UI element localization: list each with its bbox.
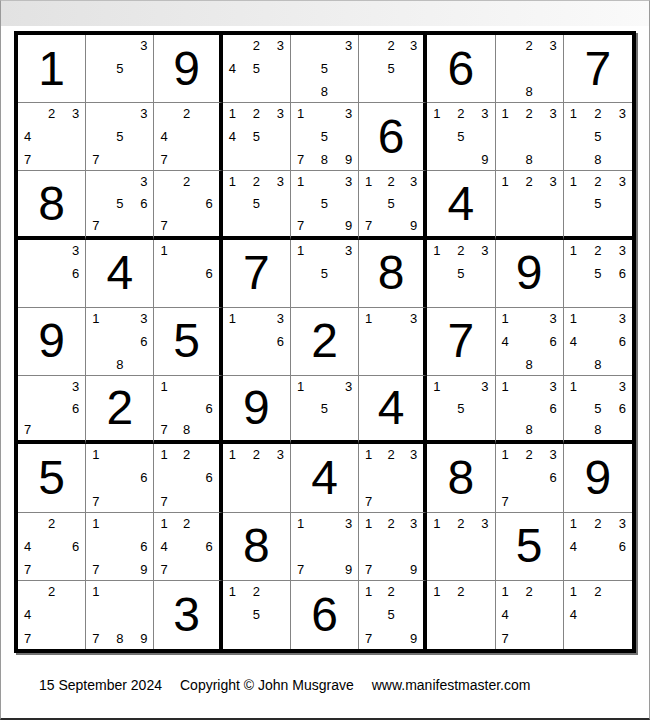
candidate-mark: 3 — [550, 380, 557, 393]
candidate-mark: 8 — [116, 632, 123, 645]
candidate-mark: 9 — [481, 153, 488, 166]
candidate-marks: 1368 — [496, 376, 563, 440]
cell-r4c1[interactable]: 36 — [18, 240, 86, 308]
candidate-mark: 5 — [594, 197, 601, 210]
candidate-mark: 6 — [205, 540, 212, 553]
cell-r1c6[interactable]: 235 — [359, 35, 427, 103]
cell-digit: 3 — [173, 591, 200, 639]
candidate-mark: 4 — [502, 608, 509, 621]
candidate-mark: 2 — [253, 107, 260, 120]
candidate-mark: 7 — [365, 632, 372, 645]
cell-r4c2[interactable]: 4 — [86, 240, 154, 308]
candidate-mark: 6 — [140, 471, 147, 484]
candidate-mark: 2 — [48, 107, 55, 120]
candidate-mark: 9 — [345, 153, 352, 166]
candidate-mark: 8 — [526, 358, 533, 371]
candidate-mark: 9 — [410, 219, 417, 232]
candidate-mark: 1 — [92, 312, 99, 325]
cell-r5c6[interactable]: 13 — [359, 308, 427, 376]
cell-r2c5[interactable]: 135789 — [291, 103, 359, 171]
cell-r5c1[interactable]: 9 — [18, 308, 86, 376]
candidate-mark: 1 — [433, 585, 440, 598]
candidate-mark: 3 — [550, 107, 557, 120]
cell-r9c5[interactable]: 6 — [291, 581, 359, 649]
cell-r6c9[interactable]: 13568 — [564, 376, 632, 444]
cell-r3c1[interactable]: 8 — [18, 171, 86, 239]
candidate-mark: 1 — [570, 517, 577, 530]
candidate-marks: 13579 — [291, 171, 358, 235]
candidate-mark: 6 — [550, 335, 557, 348]
cell-r4c7[interactable]: 1235 — [427, 240, 495, 308]
cell-digit: 8 — [38, 180, 65, 228]
cell-r7c6[interactable]: 1237 — [359, 444, 427, 512]
candidate-mark: 2 — [457, 585, 464, 598]
candidate-mark: 5 — [116, 62, 123, 75]
candidate-mark: 5 — [253, 130, 260, 143]
cell-r6c1[interactable]: 367 — [18, 376, 86, 444]
cell-r9c4[interactable]: 125 — [223, 581, 291, 649]
candidate-mark: 2 — [48, 585, 55, 598]
cell-r8c8[interactable]: 5 — [496, 513, 564, 581]
candidate-mark: 4 — [502, 335, 509, 348]
candidate-mark: 2 — [183, 175, 190, 188]
candidate-mark: 7 — [24, 423, 31, 436]
candidate-mark: 1 — [229, 448, 236, 461]
candidate-mark: 3 — [72, 244, 79, 257]
candidate-mark: 5 — [253, 197, 260, 210]
candidate-mark: 1 — [502, 175, 509, 188]
candidate-mark: 4 — [570, 608, 577, 621]
candidate-mark: 6 — [205, 267, 212, 280]
cell-r2c6[interactable]: 6 — [359, 103, 427, 171]
candidate-marks: 123579 — [359, 171, 423, 235]
candidate-mark: 2 — [594, 585, 601, 598]
candidate-marks: 2347 — [18, 103, 85, 170]
candidate-mark: 3 — [277, 107, 284, 120]
candidate-mark: 1 — [229, 312, 236, 325]
cell-r5c8[interactable]: 13468 — [496, 308, 564, 376]
candidate-mark: 6 — [619, 267, 626, 280]
candidate-mark: 3 — [140, 175, 147, 188]
candidate-mark: 1 — [297, 175, 304, 188]
candidate-mark: 2 — [594, 517, 601, 530]
candidate-mark: 1 — [433, 517, 440, 530]
cell-r1c8[interactable]: 238 — [496, 35, 564, 103]
cell-r5c7[interactable]: 7 — [427, 308, 495, 376]
candidate-marks: 123 — [427, 513, 494, 580]
candidate-mark: 1 — [570, 175, 577, 188]
candidate-mark: 3 — [72, 380, 79, 393]
candidate-mark: 2 — [594, 175, 601, 188]
candidate-marks: 2467 — [18, 513, 85, 580]
candidate-mark: 7 — [160, 219, 167, 232]
candidate-mark: 3 — [619, 244, 626, 257]
candidate-mark: 9 — [410, 563, 417, 576]
cell-r4c8[interactable]: 9 — [496, 240, 564, 308]
cell-r2c8[interactable]: 1238 — [496, 103, 564, 171]
candidate-mark: 3 — [410, 312, 417, 325]
cell-r4c9[interactable]: 12356 — [564, 240, 632, 308]
cell-r9c1[interactable]: 247 — [18, 581, 86, 649]
candidate-mark: 6 — [619, 335, 626, 348]
cell-r5c4[interactable]: 136 — [223, 308, 291, 376]
candidate-mark: 2 — [526, 585, 533, 598]
candidate-mark: 8 — [594, 358, 601, 371]
footer-website: www.manifestmaster.com — [372, 677, 531, 693]
candidate-marks: 1238 — [496, 103, 563, 170]
candidate-mark: 3 — [481, 107, 488, 120]
candidate-mark: 6 — [140, 540, 147, 553]
candidate-mark: 8 — [526, 153, 533, 166]
cell-r7c4[interactable]: 123 — [223, 444, 291, 512]
cell-r3c2[interactable]: 3567 — [86, 171, 154, 239]
cell-digit: 5 — [173, 317, 200, 365]
candidate-mark: 3 — [72, 107, 79, 120]
candidate-mark: 2 — [526, 448, 533, 461]
candidate-marks: 12379 — [359, 513, 423, 580]
candidate-mark: 6 — [72, 540, 79, 553]
candidate-mark: 3 — [619, 107, 626, 120]
candidate-marks: 1247 — [496, 581, 563, 649]
candidate-marks: 357 — [86, 103, 153, 170]
cell-digit: 4 — [106, 249, 133, 297]
cell-r8c1[interactable]: 2467 — [18, 513, 86, 581]
candidate-marks: 1267 — [154, 444, 218, 511]
candidate-mark: 1 — [570, 585, 577, 598]
candidate-mark: 3 — [345, 244, 352, 257]
cell-r1c4[interactable]: 2345 — [223, 35, 291, 103]
candidate-mark: 5 — [321, 197, 328, 210]
cell-r5c5[interactable]: 2 — [291, 308, 359, 376]
cell-r3c4[interactable]: 1235 — [223, 171, 291, 239]
cell-r8c4[interactable]: 8 — [223, 513, 291, 581]
candidate-mark: 3 — [140, 39, 147, 52]
candidate-mark: 1 — [229, 585, 236, 598]
cell-r6c2[interactable]: 2 — [86, 376, 154, 444]
candidate-mark: 7 — [92, 219, 99, 232]
cell-r6c6[interactable]: 4 — [359, 376, 427, 444]
candidate-mark: 3 — [345, 39, 352, 52]
cell-r2c3[interactable]: 247 — [154, 103, 222, 171]
candidate-marks: 13468 — [496, 308, 563, 375]
candidate-mark: 1 — [365, 175, 372, 188]
candidate-mark: 6 — [140, 335, 147, 348]
cell-digit: 9 — [243, 384, 270, 432]
candidate-mark: 1 — [297, 244, 304, 257]
candidate-mark: 3 — [550, 312, 557, 325]
candidate-mark: 5 — [321, 402, 328, 415]
candidate-mark: 3 — [277, 39, 284, 52]
cell-r9c8[interactable]: 1247 — [496, 581, 564, 649]
candidate-marks: 12579 — [359, 581, 423, 649]
cell-r7c3[interactable]: 1267 — [154, 444, 222, 512]
candidate-mark: 5 — [388, 608, 395, 621]
candidate-mark: 2 — [253, 585, 260, 598]
candidate-mark: 2 — [183, 107, 190, 120]
candidate-mark: 1 — [229, 175, 236, 188]
candidate-marks: 235 — [359, 35, 423, 102]
cell-r9c2[interactable]: 1789 — [86, 581, 154, 649]
candidate-mark: 1 — [160, 244, 167, 257]
cell-digit: 2 — [311, 317, 338, 365]
cell-r4c3[interactable]: 16 — [154, 240, 222, 308]
candidate-marks: 1678 — [154, 376, 218, 440]
candidate-mark: 2 — [457, 244, 464, 257]
candidate-mark: 5 — [594, 130, 601, 143]
candidate-mark: 4 — [570, 540, 577, 553]
candidate-mark: 5 — [321, 62, 328, 75]
candidate-mark: 5 — [388, 197, 395, 210]
cell-r7c5[interactable]: 4 — [291, 444, 359, 512]
candidate-mark: 1 — [365, 517, 372, 530]
cell-r2c4[interactable]: 12345 — [223, 103, 291, 171]
cell-r6c8[interactable]: 1368 — [496, 376, 564, 444]
cell-digit: 5 — [38, 454, 65, 502]
cell-r7c7[interactable]: 8 — [427, 444, 495, 512]
cell-r3c5[interactable]: 13579 — [291, 171, 359, 239]
cell-r4c5[interactable]: 135 — [291, 240, 359, 308]
candidate-mark: 6 — [72, 402, 79, 415]
candidate-mark: 1 — [297, 107, 304, 120]
candidate-mark: 7 — [297, 563, 304, 576]
candidate-mark: 3 — [550, 175, 557, 188]
candidate-mark: 7 — [24, 563, 31, 576]
candidate-mark: 2 — [253, 39, 260, 52]
cell-r3c7[interactable]: 4 — [427, 171, 495, 239]
cell-r9c9[interactable]: 124 — [564, 581, 632, 649]
candidate-marks: 13 — [359, 308, 423, 375]
cell-r1c1[interactable]: 1 — [18, 35, 86, 103]
candidate-mark: 3 — [410, 448, 417, 461]
candidate-mark: 6 — [205, 197, 212, 210]
cell-r9c3[interactable]: 3 — [154, 581, 222, 649]
candidate-mark: 1 — [365, 312, 372, 325]
cell-r3c6[interactable]: 123579 — [359, 171, 427, 239]
candidate-mark: 1 — [433, 244, 440, 257]
cell-r7c1[interactable]: 5 — [18, 444, 86, 512]
cell-r9c7[interactable]: 12 — [427, 581, 495, 649]
candidate-mark: 3 — [481, 244, 488, 257]
candidate-marks: 1235 — [564, 171, 632, 235]
candidate-mark: 4 — [24, 540, 31, 553]
candidate-marks: 124 — [564, 581, 632, 649]
candidate-mark: 3 — [345, 517, 352, 530]
candidate-mark: 6 — [619, 540, 626, 553]
candidate-mark: 2 — [594, 244, 601, 257]
candidate-mark: 3 — [410, 175, 417, 188]
candidate-mark: 1 — [502, 380, 509, 393]
candidate-marks: 12359 — [427, 103, 494, 170]
cell-digit: 2 — [106, 384, 133, 432]
cell-digit: 7 — [243, 249, 270, 297]
candidate-marks: 35 — [86, 35, 153, 102]
cell-r1c9[interactable]: 7 — [564, 35, 632, 103]
candidate-mark: 3 — [345, 175, 352, 188]
candidate-mark: 6 — [205, 402, 212, 415]
cell-r2c7[interactable]: 12359 — [427, 103, 495, 171]
candidate-mark: 6 — [72, 267, 79, 280]
candidate-mark: 3 — [277, 175, 284, 188]
cell-r7c8[interactable]: 12367 — [496, 444, 564, 512]
candidate-mark: 8 — [526, 423, 533, 436]
cell-r3c9[interactable]: 1235 — [564, 171, 632, 239]
candidate-marks: 367 — [18, 376, 85, 440]
candidate-marks: 1379 — [291, 513, 358, 580]
candidate-mark: 5 — [594, 402, 601, 415]
candidate-mark: 3 — [410, 517, 417, 530]
candidate-mark: 5 — [457, 402, 464, 415]
cell-r7c9[interactable]: 9 — [564, 444, 632, 512]
candidate-mark: 6 — [277, 335, 284, 348]
candidate-marks: 16 — [154, 240, 218, 307]
candidate-marks: 125 — [223, 581, 290, 649]
candidate-marks: 267 — [154, 171, 218, 235]
candidate-mark: 4 — [229, 130, 236, 143]
candidate-mark: 1 — [570, 380, 577, 393]
candidate-marks: 247 — [18, 581, 85, 649]
candidate-marks: 1679 — [86, 513, 153, 580]
candidate-mark: 8 — [321, 153, 328, 166]
cell-digit: 5 — [516, 522, 543, 570]
candidate-mark: 2 — [388, 39, 395, 52]
candidate-marks: 1235 — [223, 171, 290, 235]
cell-r4c4[interactable]: 7 — [223, 240, 291, 308]
cell-r3c8[interactable]: 123 — [496, 171, 564, 239]
cell-r4c6[interactable]: 8 — [359, 240, 427, 308]
candidate-mark: 4 — [570, 335, 577, 348]
cell-r8c3[interactable]: 12467 — [154, 513, 222, 581]
cell-r5c3[interactable]: 5 — [154, 308, 222, 376]
candidate-mark: 8 — [321, 85, 328, 98]
candidate-marks: 12358 — [564, 103, 632, 170]
cell-r1c3[interactable]: 9 — [154, 35, 222, 103]
cell-r5c2[interactable]: 1368 — [86, 308, 154, 376]
candidate-mark: 1 — [160, 380, 167, 393]
cell-r6c4[interactable]: 9 — [223, 376, 291, 444]
candidate-mark: 1 — [502, 585, 509, 598]
candidate-mark: 2 — [388, 517, 395, 530]
cell-r8c7[interactable]: 123 — [427, 513, 495, 581]
cell-r8c5[interactable]: 1379 — [291, 513, 359, 581]
candidate-mark: 2 — [48, 517, 55, 530]
candidate-marks: 1368 — [86, 308, 153, 375]
candidate-mark: 1 — [92, 585, 99, 598]
candidate-marks: 3567 — [86, 171, 153, 235]
candidate-mark: 7 — [365, 563, 372, 576]
candidate-mark: 3 — [277, 312, 284, 325]
sudoku-board: 1359234535823562387234735724712345135789… — [14, 31, 636, 653]
cell-r1c5[interactable]: 358 — [291, 35, 359, 103]
cell-digit: 4 — [448, 180, 475, 228]
candidate-marks: 1789 — [86, 581, 153, 649]
cell-r8c6[interactable]: 12379 — [359, 513, 427, 581]
candidate-mark: 3 — [140, 312, 147, 325]
cell-digit: 4 — [378, 384, 405, 432]
cell-r6c7[interactable]: 135 — [427, 376, 495, 444]
candidate-mark: 7 — [502, 495, 509, 508]
candidate-mark: 7 — [160, 153, 167, 166]
cell-r9c6[interactable]: 12579 — [359, 581, 427, 649]
candidate-mark: 7 — [160, 495, 167, 508]
candidate-mark: 2 — [183, 517, 190, 530]
candidate-mark: 2 — [388, 585, 395, 598]
candidate-mark: 2 — [253, 175, 260, 188]
candidate-mark: 7 — [502, 632, 509, 645]
candidate-mark: 6 — [550, 402, 557, 415]
candidate-marks: 2345 — [223, 35, 290, 102]
candidate-mark: 1 — [160, 448, 167, 461]
candidate-mark: 3 — [345, 380, 352, 393]
candidate-mark: 8 — [116, 358, 123, 371]
cell-r6c5[interactable]: 135 — [291, 376, 359, 444]
candidate-mark: 1 — [297, 517, 304, 530]
candidate-mark: 7 — [92, 495, 99, 508]
candidate-mark: 4 — [160, 130, 167, 143]
candidate-mark: 1 — [92, 517, 99, 530]
cell-r3c3[interactable]: 267 — [154, 171, 222, 239]
candidate-mark: 2 — [253, 448, 260, 461]
cell-digit: 1 — [38, 45, 65, 93]
cell-r5c9[interactable]: 13468 — [564, 308, 632, 376]
candidate-mark: 2 — [457, 517, 464, 530]
candidate-mark: 1 — [160, 517, 167, 530]
candidate-mark: 1 — [570, 312, 577, 325]
candidate-marks: 358 — [291, 35, 358, 102]
cell-r6c3[interactable]: 1678 — [154, 376, 222, 444]
candidate-mark: 8 — [594, 423, 601, 436]
candidate-mark: 2 — [526, 107, 533, 120]
candidate-mark: 2 — [526, 175, 533, 188]
cell-digit: 9 — [173, 45, 200, 93]
cell-digit: 6 — [448, 45, 475, 93]
candidate-mark: 4 — [24, 130, 31, 143]
candidate-mark: 7 — [24, 632, 31, 645]
candidate-mark: 2 — [526, 39, 533, 52]
cell-r7c2[interactable]: 167 — [86, 444, 154, 512]
candidate-mark: 9 — [345, 219, 352, 232]
candidate-marks: 238 — [496, 35, 563, 102]
cell-r8c9[interactable]: 12346 — [564, 513, 632, 581]
candidate-mark: 7 — [297, 219, 304, 232]
candidate-mark: 7 — [365, 219, 372, 232]
candidate-mark: 5 — [388, 62, 395, 75]
candidate-mark: 7 — [92, 632, 99, 645]
cell-r1c2[interactable]: 35 — [86, 35, 154, 103]
cell-r1c7[interactable]: 6 — [427, 35, 495, 103]
cell-r8c2[interactable]: 1679 — [86, 513, 154, 581]
cell-r2c1[interactable]: 2347 — [18, 103, 86, 171]
candidate-mark: 3 — [140, 107, 147, 120]
candidate-mark: 5 — [116, 130, 123, 143]
candidate-marks: 12367 — [496, 444, 563, 511]
candidate-marks: 167 — [86, 444, 153, 511]
cell-r2c9[interactable]: 12358 — [564, 103, 632, 171]
candidate-mark: 8 — [594, 153, 601, 166]
cell-digit: 9 — [38, 317, 65, 365]
candidate-mark: 2 — [594, 107, 601, 120]
window-titlebar[interactable] — [1, 1, 649, 26]
candidate-mark: 1 — [297, 380, 304, 393]
cell-digit: 9 — [516, 249, 543, 297]
footer-copyright: Copyright © John Musgrave — [180, 677, 354, 693]
candidate-marks: 12 — [427, 581, 494, 649]
candidate-mark: 9 — [140, 632, 147, 645]
footer: 15 September 2024 Copyright © John Musgr… — [39, 677, 649, 693]
candidate-mark: 3 — [345, 107, 352, 120]
candidate-mark: 1 — [502, 312, 509, 325]
cell-r2c2[interactable]: 357 — [86, 103, 154, 171]
candidate-mark: 3 — [481, 380, 488, 393]
